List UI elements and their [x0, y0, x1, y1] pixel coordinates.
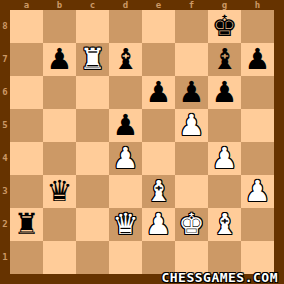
- square-d2[interactable]: ♛: [109, 208, 142, 241]
- square-e5[interactable]: [142, 109, 175, 142]
- file-label-e: e: [142, 0, 175, 10]
- square-e3[interactable]: ♝: [142, 175, 175, 208]
- square-f5[interactable]: ♟: [175, 109, 208, 142]
- square-b1[interactable]: [43, 241, 76, 274]
- square-g6[interactable]: ♟: [208, 76, 241, 109]
- square-e8[interactable]: [142, 10, 175, 43]
- piece-black-pawn-f6[interactable]: ♟: [175, 76, 208, 109]
- square-d5[interactable]: ♟: [109, 109, 142, 142]
- square-h5[interactable]: [241, 109, 274, 142]
- square-f2[interactable]: ♚: [175, 208, 208, 241]
- file-label-h: h: [241, 0, 274, 10]
- square-h8[interactable]: [241, 10, 274, 43]
- square-h4[interactable]: [241, 142, 274, 175]
- square-h6[interactable]: [241, 76, 274, 109]
- square-a4[interactable]: [10, 142, 43, 175]
- square-b6[interactable]: [43, 76, 76, 109]
- square-c1[interactable]: [76, 241, 109, 274]
- rank-label-3: 3: [0, 175, 10, 208]
- square-c4[interactable]: [76, 142, 109, 175]
- file-label-f: f: [175, 0, 208, 10]
- square-c6[interactable]: [76, 76, 109, 109]
- square-c3[interactable]: [76, 175, 109, 208]
- square-h7[interactable]: ♟: [241, 43, 274, 76]
- piece-black-pawn-e6[interactable]: ♟: [142, 76, 175, 109]
- square-f7[interactable]: [175, 43, 208, 76]
- square-e4[interactable]: [142, 142, 175, 175]
- square-a1[interactable]: [10, 241, 43, 274]
- piece-white-pawn-g4[interactable]: ♟: [208, 142, 241, 175]
- piece-white-bishop-e3[interactable]: ♝: [142, 175, 175, 208]
- rank-labels: 87654321: [0, 10, 10, 274]
- square-g8[interactable]: ♚: [208, 10, 241, 43]
- file-label-b: b: [43, 0, 76, 10]
- square-d7[interactable]: ♝: [109, 43, 142, 76]
- piece-white-pawn-d4[interactable]: ♟: [109, 142, 142, 175]
- chess-board-frame: abcdefgh 87654321 ♚♟♜♝♝♟♟♟♟♟♟♟♟♛♝♟♜♛♟♚♝ …: [0, 0, 284, 284]
- square-d1[interactable]: [109, 241, 142, 274]
- square-g5[interactable]: [208, 109, 241, 142]
- file-label-a: a: [10, 0, 43, 10]
- square-d4[interactable]: ♟: [109, 142, 142, 175]
- chessgames-branding: CHESSGAMES.COM: [161, 272, 278, 284]
- rank-label-4: 4: [0, 142, 10, 175]
- square-g2[interactable]: ♝: [208, 208, 241, 241]
- square-f6[interactable]: ♟: [175, 76, 208, 109]
- piece-black-pawn-b7[interactable]: ♟: [43, 43, 76, 76]
- square-c2[interactable]: [76, 208, 109, 241]
- piece-white-king-f2[interactable]: ♚: [175, 208, 208, 241]
- square-e2[interactable]: ♟: [142, 208, 175, 241]
- rank-label-1: 1: [0, 241, 10, 274]
- square-a8[interactable]: [10, 10, 43, 43]
- square-a2[interactable]: ♜: [10, 208, 43, 241]
- piece-black-king-g8[interactable]: ♚: [208, 10, 241, 43]
- square-f3[interactable]: [175, 175, 208, 208]
- square-a7[interactable]: [10, 43, 43, 76]
- square-h2[interactable]: [241, 208, 274, 241]
- square-b5[interactable]: [43, 109, 76, 142]
- square-a3[interactable]: [10, 175, 43, 208]
- square-b7[interactable]: ♟: [43, 43, 76, 76]
- rank-label-7: 7: [0, 43, 10, 76]
- square-f4[interactable]: [175, 142, 208, 175]
- rank-label-5: 5: [0, 109, 10, 142]
- piece-black-rook-a2[interactable]: ♜: [10, 208, 43, 241]
- square-g3[interactable]: [208, 175, 241, 208]
- square-f8[interactable]: [175, 10, 208, 43]
- square-a5[interactable]: [10, 109, 43, 142]
- square-d3[interactable]: [109, 175, 142, 208]
- piece-white-queen-d2[interactable]: ♛: [109, 208, 142, 241]
- piece-black-bishop-g7[interactable]: ♝: [208, 43, 241, 76]
- square-h3[interactable]: ♟: [241, 175, 274, 208]
- file-label-d: d: [109, 0, 142, 10]
- piece-black-pawn-d5[interactable]: ♟: [109, 109, 142, 142]
- square-b3[interactable]: ♛: [43, 175, 76, 208]
- rank-label-8: 8: [0, 10, 10, 43]
- square-c7[interactable]: ♜: [76, 43, 109, 76]
- square-d6[interactable]: [109, 76, 142, 109]
- square-e7[interactable]: [142, 43, 175, 76]
- square-g7[interactable]: ♝: [208, 43, 241, 76]
- piece-white-pawn-h3[interactable]: ♟: [241, 175, 274, 208]
- square-c8[interactable]: [76, 10, 109, 43]
- rank-label-6: 6: [0, 76, 10, 109]
- chess-board: ♚♟♜♝♝♟♟♟♟♟♟♟♟♛♝♟♜♛♟♚♝: [10, 10, 274, 274]
- piece-black-pawn-g6[interactable]: ♟: [208, 76, 241, 109]
- piece-white-pawn-f5[interactable]: ♟: [175, 109, 208, 142]
- piece-black-bishop-d7[interactable]: ♝: [109, 43, 142, 76]
- square-b4[interactable]: [43, 142, 76, 175]
- square-c5[interactable]: [76, 109, 109, 142]
- piece-white-rook-c7[interactable]: ♜: [76, 43, 109, 76]
- piece-white-bishop-g2[interactable]: ♝: [208, 208, 241, 241]
- square-d8[interactable]: [109, 10, 142, 43]
- file-label-c: c: [76, 0, 109, 10]
- rank-label-2: 2: [0, 208, 10, 241]
- piece-white-pawn-e2[interactable]: ♟: [142, 208, 175, 241]
- piece-black-pawn-h7[interactable]: ♟: [241, 43, 274, 76]
- square-e6[interactable]: ♟: [142, 76, 175, 109]
- square-g4[interactable]: ♟: [208, 142, 241, 175]
- piece-black-queen-b3[interactable]: ♛: [43, 175, 76, 208]
- square-b8[interactable]: [43, 10, 76, 43]
- square-b2[interactable]: [43, 208, 76, 241]
- square-a6[interactable]: [10, 76, 43, 109]
